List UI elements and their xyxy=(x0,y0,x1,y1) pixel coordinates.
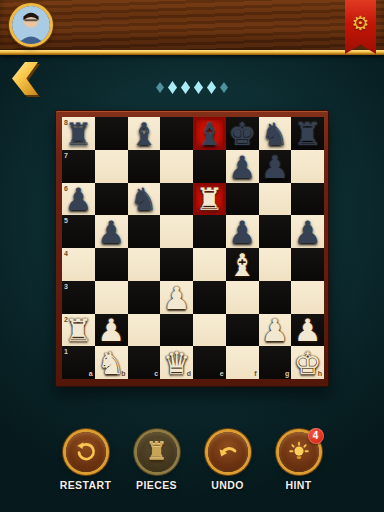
square-d1[interactable]: d♛ xyxy=(160,346,193,379)
square-h2[interactable]: ♟ xyxy=(291,314,324,347)
bulb-icon xyxy=(288,441,310,463)
board-frame: 8♜♝♝♚♞♜7♟♟6♟♞♜5♟♟♟4♝3♟2♜♟♟♟1ab♞cd♛efgh♚ xyxy=(55,110,329,387)
square-c5[interactable] xyxy=(128,215,161,248)
square-f6[interactable] xyxy=(226,183,259,216)
square-h1[interactable]: h♚ xyxy=(291,346,324,379)
player-avatar[interactable] xyxy=(9,3,53,47)
file-label-a: a xyxy=(89,370,93,377)
square-b8[interactable] xyxy=(95,117,128,150)
diamond-3-bright xyxy=(181,81,190,94)
diamond-4-bright xyxy=(194,81,203,94)
square-a3[interactable]: 3 xyxy=(62,281,95,314)
square-d5[interactable] xyxy=(160,215,193,248)
square-f2[interactable] xyxy=(226,314,259,347)
toolbar-item-restart: RESTART xyxy=(57,432,115,491)
square-b3[interactable] xyxy=(95,281,128,314)
square-f1[interactable]: f xyxy=(226,346,259,379)
restart-icon xyxy=(75,441,97,463)
square-d3[interactable]: ♟ xyxy=(160,281,193,314)
square-g4[interactable] xyxy=(259,248,292,281)
square-f7[interactable]: ♟ xyxy=(226,150,259,183)
rook-icon: ♜ xyxy=(146,440,168,464)
square-g5[interactable] xyxy=(259,215,292,248)
file-label-d: d xyxy=(187,370,191,377)
square-a8[interactable]: 8♜ xyxy=(62,117,95,150)
undo-label: UNDO xyxy=(211,479,244,491)
piece-black-rook-h8[interactable]: ♜ xyxy=(291,118,324,150)
square-g2[interactable]: ♟ xyxy=(259,314,292,347)
rank-label-3: 3 xyxy=(64,283,68,290)
piece-black-pawn-b5[interactable]: ♟ xyxy=(95,216,128,248)
square-d4[interactable] xyxy=(160,248,193,281)
square-e5[interactable] xyxy=(193,215,226,248)
chess-board: 8♜♝♝♚♞♜7♟♟6♟♞♜5♟♟♟4♝3♟2♜♟♟♟1ab♞cd♛efgh♚ xyxy=(62,117,324,379)
square-a2[interactable]: 2♜ xyxy=(62,314,95,347)
file-label-f: f xyxy=(254,370,256,377)
square-f5[interactable]: ♟ xyxy=(226,215,259,248)
square-f4[interactable]: ♝ xyxy=(226,248,259,281)
square-g8[interactable]: ♞ xyxy=(259,117,292,150)
file-label-c: c xyxy=(154,370,158,377)
piece-white-rook-e6[interactable]: ♜ xyxy=(193,183,226,215)
restart-label: RESTART xyxy=(60,479,112,491)
rank-label-7: 7 xyxy=(64,152,68,159)
piece-white-pawn-d3[interactable]: ♟ xyxy=(160,282,193,314)
square-b4[interactable] xyxy=(95,248,128,281)
square-g6[interactable] xyxy=(259,183,292,216)
square-c3[interactable] xyxy=(128,281,161,314)
piece-white-bishop-f4[interactable]: ♝ xyxy=(226,249,259,281)
square-c2[interactable] xyxy=(128,314,161,347)
rank-label-6: 6 xyxy=(64,185,68,192)
piece-white-pawn-b2[interactable]: ♟ xyxy=(95,314,128,346)
piece-black-knight-c6[interactable]: ♞ xyxy=(128,183,161,215)
square-b6[interactable] xyxy=(95,183,128,216)
square-b7[interactable] xyxy=(95,150,128,183)
piece-black-king-f8[interactable]: ♚ xyxy=(226,118,259,150)
square-b5[interactable]: ♟ xyxy=(95,215,128,248)
square-h3[interactable] xyxy=(291,281,324,314)
square-e8[interactable]: ♝ xyxy=(193,117,226,150)
piece-white-pawn-g2[interactable]: ♟ xyxy=(259,314,292,346)
undo-button[interactable] xyxy=(208,432,248,472)
square-e4[interactable] xyxy=(193,248,226,281)
square-f3[interactable] xyxy=(226,281,259,314)
piece-black-pawn-h5[interactable]: ♟ xyxy=(291,216,324,248)
square-c7[interactable] xyxy=(128,150,161,183)
pieces-label: PIECES xyxy=(136,479,177,491)
rank-label-4: 4 xyxy=(64,250,68,257)
square-f8[interactable]: ♚ xyxy=(226,117,259,150)
square-a4[interactable]: 4 xyxy=(62,248,95,281)
piece-white-pawn-h2[interactable]: ♟ xyxy=(291,314,324,346)
top-bar xyxy=(0,0,384,50)
square-a1[interactable]: 1a xyxy=(62,346,95,379)
toolbar-item-pieces: ♜PIECES xyxy=(128,432,186,491)
file-label-h: h xyxy=(318,370,322,377)
square-g3[interactable] xyxy=(259,281,292,314)
square-a6[interactable]: 6♟ xyxy=(62,183,95,216)
square-d6[interactable] xyxy=(160,183,193,216)
square-b2[interactable]: ♟ xyxy=(95,314,128,347)
gear-icon[interactable]: ⚙ xyxy=(352,13,370,33)
back-button[interactable] xyxy=(12,62,38,95)
square-g7[interactable]: ♟ xyxy=(259,150,292,183)
file-label-e: e xyxy=(220,370,224,377)
square-h6[interactable] xyxy=(291,183,324,216)
square-b1[interactable]: b♞ xyxy=(95,346,128,379)
rank-label-2: 2 xyxy=(64,316,68,323)
gold-trim-divider xyxy=(0,50,384,55)
rank-label-1: 1 xyxy=(64,348,68,355)
toolbar-item-hint: 4HINT xyxy=(270,432,328,491)
hint-label: HINT xyxy=(285,479,311,491)
toolbar-item-undo: UNDO xyxy=(199,432,257,491)
square-d2[interactable] xyxy=(160,314,193,347)
file-label-b: b xyxy=(121,370,125,377)
piece-black-knight-g8[interactable]: ♞ xyxy=(259,118,292,150)
square-e1[interactable]: e xyxy=(193,346,226,379)
pieces-button[interactable]: ♜ xyxy=(137,432,177,472)
square-c8[interactable]: ♝ xyxy=(128,117,161,150)
restart-button[interactable] xyxy=(66,432,106,472)
square-e7[interactable] xyxy=(193,150,226,183)
hint-count-badge: 4 xyxy=(308,428,324,444)
square-e3[interactable] xyxy=(193,281,226,314)
bottom-toolbar: RESTART♜PIECESUNDO4HINT xyxy=(0,432,384,491)
square-d7[interactable] xyxy=(160,150,193,183)
square-e2[interactable] xyxy=(193,314,226,347)
piece-black-pawn-f7[interactable]: ♟ xyxy=(226,151,259,183)
piece-black-pawn-f5[interactable]: ♟ xyxy=(226,216,259,248)
rank-label-5: 5 xyxy=(64,217,68,224)
piece-black-bishop-c8[interactable]: ♝ xyxy=(128,118,161,150)
piece-black-bishop-e8[interactable]: ♝ xyxy=(193,118,226,150)
file-label-g: g xyxy=(285,370,289,377)
square-c4[interactable] xyxy=(128,248,161,281)
diamond-1-dim xyxy=(156,82,164,93)
rank-label-8: 8 xyxy=(64,119,68,126)
square-c1[interactable]: c xyxy=(128,346,161,379)
avatar-portrait xyxy=(12,6,50,44)
square-a5[interactable]: 5 xyxy=(62,215,95,248)
square-h8[interactable]: ♜ xyxy=(291,117,324,150)
square-h4[interactable] xyxy=(291,248,324,281)
square-e6[interactable]: ♜ xyxy=(193,183,226,216)
square-g1[interactable]: g xyxy=(259,346,292,379)
square-h7[interactable] xyxy=(291,150,324,183)
diamond-6-dim xyxy=(220,82,228,93)
square-h5[interactable]: ♟ xyxy=(291,215,324,248)
game-screen: ⚙ 8♜♝♝♚♞♜7♟♟6♟♞♜5♟♟♟4♝3♟2♜♟♟♟1ab♞cd♛efgh… xyxy=(0,0,384,512)
progress-diamonds xyxy=(0,81,384,94)
diamond-2-bright xyxy=(168,81,177,94)
square-c6[interactable]: ♞ xyxy=(128,183,161,216)
piece-black-pawn-g7[interactable]: ♟ xyxy=(259,151,292,183)
square-a7[interactable]: 7 xyxy=(62,150,95,183)
back-chevron-icon xyxy=(12,62,38,95)
hint-button[interactable]: 4 xyxy=(279,432,319,472)
diamond-5-bright xyxy=(207,81,216,94)
undo-icon xyxy=(217,441,239,463)
square-d8[interactable] xyxy=(160,117,193,150)
